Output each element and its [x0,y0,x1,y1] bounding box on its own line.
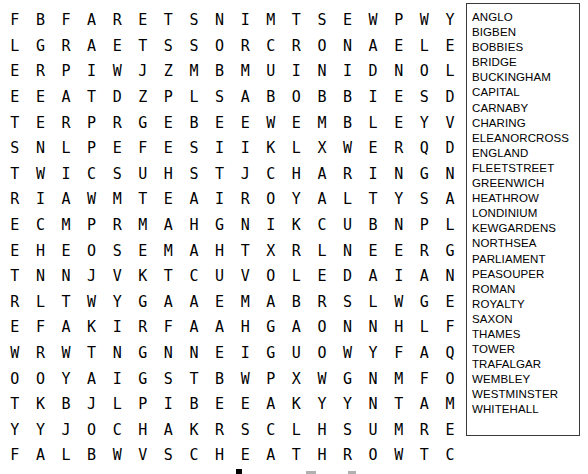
grid-cell[interactable]: K [79,315,105,341]
grid-cell[interactable]: R [130,315,156,341]
grid-cell[interactable]: E [207,110,233,136]
grid-cell[interactable]: T [53,290,79,316]
grid-cell[interactable]: S [156,443,182,469]
grid-cell[interactable]: B [360,213,386,239]
grid-cell[interactable]: L [2,34,28,60]
grid-cell[interactable]: I [360,162,386,188]
grid-cell[interactable]: I [258,213,284,239]
grid-cell[interactable]: O [79,418,105,444]
grid-cell[interactable]: H [207,443,233,469]
grid-cell[interactable]: B [207,59,233,85]
grid-cell[interactable]: F [386,341,412,367]
grid-cell[interactable]: R [232,187,258,213]
grid-cell[interactable]: G [207,213,233,239]
grid-cell[interactable]: O [284,85,310,111]
grid-cell[interactable]: M [53,213,79,239]
grid-cell[interactable]: K [284,213,310,239]
grid-cell[interactable]: A [309,187,335,213]
grid-cell[interactable]: H [386,315,412,341]
grid-cell[interactable]: E [232,110,258,136]
grid-cell[interactable]: I [104,315,130,341]
grid-cell[interactable]: A [156,213,182,239]
grid-cell[interactable]: G [130,290,156,316]
grid-cell[interactable]: A [181,238,207,264]
grid-cell[interactable]: R [284,238,310,264]
grid-cell[interactable]: P [412,213,438,239]
grid-cell[interactable]: T [2,392,28,418]
grid-cell[interactable]: N [28,264,54,290]
grid-cell[interactable]: W [2,341,28,367]
grid-cell[interactable]: S [156,366,182,392]
grid-cell[interactable]: I [335,59,361,85]
grid-cell[interactable]: R [335,162,361,188]
grid-cell[interactable]: S [181,162,207,188]
grid-cell[interactable]: W [309,366,335,392]
grid-cell[interactable]: L [412,315,438,341]
grid-cell[interactable]: E [232,392,258,418]
grid-cell[interactable]: P [79,136,105,162]
grid-cell[interactable]: G [130,110,156,136]
grid-cell[interactable]: L [104,392,130,418]
grid-cell[interactable]: A [207,315,233,341]
grid-cell[interactable]: P [79,213,105,239]
grid-cell[interactable]: S [104,238,130,264]
grid-cell[interactable]: E [28,110,54,136]
grid-cell[interactable]: J [130,59,156,85]
grid-cell[interactable]: E [309,264,335,290]
grid-cell[interactable]: G [412,290,438,316]
grid-cell[interactable]: O [2,366,28,392]
grid-cell[interactable]: B [207,366,233,392]
grid-cell[interactable]: S [412,85,438,111]
grid-cell[interactable]: M [156,238,182,264]
grid-cell[interactable]: L [437,213,463,239]
grid-cell[interactable]: B [53,392,79,418]
grid-cell[interactable]: J [79,392,105,418]
grid-cell[interactable]: E [207,392,233,418]
grid-cell[interactable]: R [104,8,130,34]
grid-cell[interactable]: U [258,59,284,85]
grid-cell[interactable]: F [2,8,28,34]
grid-cell[interactable]: S [181,8,207,34]
grid-cell[interactable]: Z [156,59,182,85]
grid-cell[interactable]: L [181,85,207,111]
grid-cell[interactable]: J [232,162,258,188]
grid-cell[interactable]: R [104,110,130,136]
grid-cell[interactable]: I [360,85,386,111]
grid-cell[interactable]: N [437,162,463,188]
grid-cell[interactable]: W [79,187,105,213]
grid-cell[interactable]: W [232,366,258,392]
grid-cell[interactable]: T [232,238,258,264]
grid-cell[interactable]: O [28,366,54,392]
grid-cell[interactable]: E [2,85,28,111]
grid-cell[interactable]: P [386,8,412,34]
grid-cell[interactable]: E [53,238,79,264]
grid-cell[interactable]: A [181,187,207,213]
grid-cell[interactable]: B [309,85,335,111]
grid-cell[interactable]: N [335,315,361,341]
grid-cell[interactable]: A [258,392,284,418]
grid-cell[interactable]: F [28,315,54,341]
grid-cell[interactable]: V [437,110,463,136]
grid-cell[interactable]: D [437,85,463,111]
grid-cell[interactable]: F [130,136,156,162]
grid-cell[interactable]: L [28,290,54,316]
grid-cell[interactable]: W [104,443,130,469]
grid-cell[interactable]: W [53,341,79,367]
grid-cell[interactable]: U [335,213,361,239]
grid-cell[interactable]: F [437,315,463,341]
grid-cell[interactable]: T [130,187,156,213]
grid-cell[interactable]: I [284,59,310,85]
grid-cell[interactable]: P [156,85,182,111]
grid-cell[interactable]: X [258,238,284,264]
grid-cell[interactable]: R [2,290,28,316]
grid-cell[interactable]: I [386,264,412,290]
grid-cell[interactable]: E [2,238,28,264]
grid-cell[interactable]: E [284,110,310,136]
grid-cell[interactable]: F [156,315,182,341]
grid-cell[interactable]: F [53,8,79,34]
grid-cell[interactable]: D [360,59,386,85]
grid-cell[interactable]: E [360,136,386,162]
grid-cell[interactable]: A [360,34,386,60]
grid-cell[interactable]: N [53,264,79,290]
grid-cell[interactable]: E [386,85,412,111]
grid-cell[interactable]: T [2,162,28,188]
grid-cell[interactable]: H [181,213,207,239]
grid-cell[interactable]: Z [130,85,156,111]
grid-cell[interactable]: V [130,443,156,469]
grid-cell[interactable]: E [130,238,156,264]
grid-cell[interactable]: Q [437,341,463,367]
grid-cell[interactable]: W [360,8,386,34]
grid-cell[interactable]: C [28,213,54,239]
grid-cell[interactable]: T [412,443,438,469]
grid-cell[interactable]: I [232,136,258,162]
grid-cell[interactable]: E [437,418,463,444]
grid-cell[interactable]: A [79,8,105,34]
grid-cell[interactable]: E [437,34,463,60]
grid-cell[interactable]: N [360,315,386,341]
grid-cell[interactable]: O [309,315,335,341]
grid-cell[interactable]: A [284,315,310,341]
grid-cell[interactable]: J [79,264,105,290]
grid-cell[interactable]: N [207,8,233,34]
grid-cell[interactable]: I [28,187,54,213]
grid-cell[interactable]: R [412,418,438,444]
grid-cell[interactable]: H [207,238,233,264]
grid-cell[interactable]: K [181,418,207,444]
grid-cell[interactable]: B [181,392,207,418]
grid-cell[interactable]: W [386,443,412,469]
grid-cell[interactable]: E [232,443,258,469]
grid-cell[interactable]: M [437,392,463,418]
grid-cell[interactable]: G [258,315,284,341]
grid-cell[interactable]: L [412,34,438,60]
grid-cell[interactable]: X [284,366,310,392]
grid-cell[interactable]: L [284,136,310,162]
grid-cell[interactable]: S [309,8,335,34]
grid-cell[interactable]: H [28,238,54,264]
grid-cell[interactable]: C [181,443,207,469]
grid-cell[interactable]: M [232,59,258,85]
grid-cell[interactable]: Y [386,187,412,213]
grid-cell[interactable]: L [284,418,310,444]
grid-cell[interactable]: I [207,136,233,162]
grid-cell[interactable]: M [232,290,258,316]
grid-cell[interactable]: L [53,443,79,469]
grid-cell[interactable]: T [79,85,105,111]
grid-cell[interactable]: C [437,443,463,469]
grid-cell[interactable]: R [335,443,361,469]
grid-cell[interactable]: P [258,366,284,392]
grid-cell[interactable]: U [360,418,386,444]
grid-cell[interactable]: P [130,392,156,418]
grid-cell[interactable]: A [79,34,105,60]
grid-cell[interactable]: B [335,110,361,136]
grid-cell[interactable]: H [156,162,182,188]
grid-cell[interactable]: T [156,264,182,290]
grid-cell[interactable]: X [309,136,335,162]
grid-cell[interactable]: Y [360,341,386,367]
grid-cell[interactable]: E [2,315,28,341]
grid-cell[interactable]: E [104,136,130,162]
grid-cell[interactable]: N [309,59,335,85]
grid-cell[interactable]: S [181,136,207,162]
grid-cell[interactable]: I [53,162,79,188]
grid-cell[interactable]: W [335,136,361,162]
grid-cell[interactable]: M [386,366,412,392]
grid-cell[interactable]: T [79,341,105,367]
grid-cell[interactable]: T [2,110,28,136]
grid-cell[interactable]: G [412,162,438,188]
grid-cell[interactable]: A [232,85,258,111]
grid-cell[interactable]: T [2,264,28,290]
grid-cell[interactable]: O [309,34,335,60]
grid-cell[interactable]: U [130,162,156,188]
grid-cell[interactable]: E [156,136,182,162]
grid-cell[interactable]: H [309,418,335,444]
grid-cell[interactable]: Y [437,8,463,34]
grid-cell[interactable]: O [258,187,284,213]
grid-cell[interactable]: B [79,443,105,469]
grid-cell[interactable]: I [79,59,105,85]
grid-cell[interactable]: D [335,264,361,290]
grid-cell[interactable]: L [335,187,361,213]
grid-cell[interactable]: F [2,443,28,469]
grid-cell[interactable]: N [360,392,386,418]
grid-cell[interactable]: K [28,392,54,418]
grid-cell[interactable]: E [104,34,130,60]
grid-cell[interactable]: W [104,59,130,85]
grid-cell[interactable]: M [258,8,284,34]
grid-cell[interactable]: C [104,418,130,444]
grid-cell[interactable]: N [335,34,361,60]
grid-cell[interactable]: F [412,366,438,392]
grid-cell[interactable]: N [232,213,258,239]
grid-cell[interactable]: N [181,341,207,367]
grid-cell[interactable]: R [53,34,79,60]
grid-cell[interactable]: E [437,290,463,316]
grid-cell[interactable]: T [284,8,310,34]
grid-cell[interactable]: A [53,187,79,213]
grid-cell[interactable]: N [386,213,412,239]
grid-cell[interactable]: L [360,290,386,316]
grid-cell[interactable]: S [335,418,361,444]
grid-cell[interactable]: Y [2,418,28,444]
grid-cell[interactable]: Y [412,110,438,136]
grid-cell[interactable]: Y [28,418,54,444]
grid-cell[interactable]: C [258,34,284,60]
grid-cell[interactable]: E [207,290,233,316]
grid-cell[interactable]: W [28,162,54,188]
grid-cell[interactable]: E [156,187,182,213]
grid-cell[interactable]: A [412,392,438,418]
grid-cell[interactable]: G [335,366,361,392]
grid-cell[interactable]: W [79,290,105,316]
grid-cell[interactable]: O [360,443,386,469]
grid-cell[interactable]: S [156,34,182,60]
grid-cell[interactable]: E [386,34,412,60]
grid-cell[interactable]: A [412,341,438,367]
grid-cell[interactable]: E [130,8,156,34]
grid-cell[interactable]: G [437,238,463,264]
grid-cell[interactable]: W [335,341,361,367]
grid-cell[interactable]: S [104,162,130,188]
grid-cell[interactable]: Y [53,366,79,392]
grid-cell[interactable]: A [156,418,182,444]
grid-cell[interactable]: A [53,85,79,111]
grid-cell[interactable]: L [437,59,463,85]
grid-cell[interactable]: W [386,290,412,316]
grid-cell[interactable]: T [207,162,233,188]
grid-cell[interactable]: H [232,315,258,341]
grid-cell[interactable]: M [309,110,335,136]
grid-cell[interactable]: H [130,418,156,444]
grid-cell[interactable]: B [181,110,207,136]
grid-cell[interactable]: E [156,110,182,136]
grid-cell[interactable]: R [104,213,130,239]
grid-cell[interactable]: I [232,8,258,34]
grid-cell[interactable]: M [130,213,156,239]
grid-cell[interactable]: E [335,8,361,34]
grid-cell[interactable]: Y [309,392,335,418]
grid-cell[interactable]: U [207,264,233,290]
grid-cell[interactable]: N [386,59,412,85]
grid-cell[interactable]: V [104,264,130,290]
grid-cell[interactable]: S [232,418,258,444]
grid-cell[interactable]: A [28,443,54,469]
grid-cell[interactable]: C [79,162,105,188]
grid-cell[interactable]: S [335,290,361,316]
grid-cell[interactable]: P [79,110,105,136]
grid-cell[interactable]: N [386,162,412,188]
grid-cell[interactable]: M [181,59,207,85]
grid-cell[interactable]: S [181,34,207,60]
grid-cell[interactable]: A [79,366,105,392]
grid-cell[interactable]: I [232,341,258,367]
grid-cell[interactable]: W [412,8,438,34]
grid-cell[interactable]: L [53,136,79,162]
grid-cell[interactable]: E [360,238,386,264]
grid-cell[interactable]: R [284,34,310,60]
grid-cell[interactable]: C [309,213,335,239]
grid-cell[interactable]: T [130,34,156,60]
grid-cell[interactable]: N [360,366,386,392]
grid-cell[interactable]: O [412,59,438,85]
grid-cell[interactable]: L [284,264,310,290]
grid-cell[interactable]: U [284,341,310,367]
grid-cell[interactable]: R [28,341,54,367]
grid-cell[interactable]: T [181,366,207,392]
grid-cell[interactable]: E [2,59,28,85]
grid-cell[interactable]: Q [412,136,438,162]
grid-cell[interactable]: R [53,110,79,136]
grid-cell[interactable]: E [386,110,412,136]
grid-cell[interactable]: G [130,366,156,392]
grid-cell[interactable]: D [437,136,463,162]
grid-cell[interactable]: A [412,264,438,290]
grid-cell[interactable]: S [207,85,233,111]
grid-cell[interactable]: I [207,187,233,213]
grid-cell[interactable]: O [79,238,105,264]
grid-cell[interactable]: G [130,341,156,367]
grid-cell[interactable]: J [53,418,79,444]
grid-cell[interactable]: A [156,290,182,316]
grid-cell[interactable]: A [53,315,79,341]
grid-cell[interactable]: B [28,8,54,34]
grid-cell[interactable]: I [156,392,182,418]
grid-cell[interactable]: E [386,238,412,264]
grid-cell[interactable]: H [309,443,335,469]
grid-cell[interactable]: N [437,264,463,290]
grid-cell[interactable]: A [360,264,386,290]
grid-cell[interactable]: L [360,110,386,136]
grid-cell[interactable]: N [28,136,54,162]
grid-cell[interactable]: M [386,418,412,444]
grid-cell[interactable]: O [207,34,233,60]
grid-cell[interactable]: I [104,366,130,392]
grid-cell[interactable]: K [284,392,310,418]
grid-cell[interactable]: E [2,213,28,239]
grid-cell[interactable]: O [437,366,463,392]
grid-cell[interactable]: S [412,187,438,213]
grid-cell[interactable]: E [207,341,233,367]
grid-cell[interactable]: Y [335,392,361,418]
grid-cell[interactable]: B [335,85,361,111]
grid-cell[interactable]: B [258,85,284,111]
grid-cell[interactable]: N [335,238,361,264]
grid-cell[interactable]: A [181,290,207,316]
grid-cell[interactable]: A [258,443,284,469]
grid-cell[interactable]: C [181,264,207,290]
grid-cell[interactable]: G [28,34,54,60]
grid-cell[interactable]: N [104,341,130,367]
grid-cell[interactable]: T [156,8,182,34]
grid-cell[interactable]: H [284,162,310,188]
grid-cell[interactable]: A [309,162,335,188]
grid-cell[interactable]: C [258,418,284,444]
grid-cell[interactable]: O [309,341,335,367]
grid-cell[interactable]: N [156,341,182,367]
grid-cell[interactable]: Y [104,290,130,316]
grid-cell[interactable]: R [309,290,335,316]
grid-cell[interactable]: V [232,264,258,290]
grid-cell[interactable]: K [258,136,284,162]
grid-cell[interactable]: T [284,443,310,469]
